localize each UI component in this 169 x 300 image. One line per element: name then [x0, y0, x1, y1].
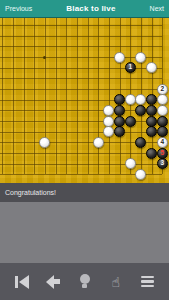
black-stone[interactable]: [146, 105, 157, 116]
white-stone[interactable]: [103, 116, 114, 127]
previous-button[interactable]: Previous: [5, 0, 32, 18]
grid-line-v: [13, 18, 14, 174]
menu-icon: [141, 276, 154, 287]
white-stone-move-2[interactable]: 2: [157, 84, 168, 95]
white-stone[interactable]: [103, 105, 114, 116]
go-board[interactable]: 12453: [0, 18, 169, 183]
white-stone[interactable]: [157, 94, 168, 105]
grid-line-h: [0, 89, 162, 90]
black-stone[interactable]: [157, 126, 168, 137]
hand-pointer-icon: ☝: [111, 275, 120, 289]
grid-line-h: [0, 153, 162, 154]
grid-line-h: [0, 36, 162, 37]
grid-line-h: [0, 121, 162, 122]
white-stone[interactable]: [125, 158, 136, 169]
white-stone[interactable]: [146, 62, 157, 73]
next-button[interactable]: Next: [150, 0, 164, 18]
bottom-toolbar: ☝: [0, 263, 169, 300]
black-stone-move-3[interactable]: 3: [157, 158, 168, 169]
white-stone[interactable]: [93, 137, 104, 148]
menu-button[interactable]: [136, 272, 158, 292]
grid-line-h: [0, 164, 162, 165]
black-stone[interactable]: [125, 116, 136, 127]
grid-line-h: [0, 78, 162, 79]
white-stone[interactable]: [157, 105, 168, 116]
title-bar: Previous Black to live Next: [0, 0, 169, 18]
grid-line-v: [66, 18, 67, 174]
grid-line-h: [0, 46, 162, 47]
skip-to-start-button[interactable]: [11, 272, 33, 292]
black-stone[interactable]: [157, 116, 168, 127]
white-stone[interactable]: [103, 126, 114, 137]
app-window: Previous Black to live Next 12453 Congra…: [0, 0, 169, 300]
black-stone[interactable]: [146, 126, 157, 137]
status-bar: Congratulations!: [0, 183, 169, 202]
black-stone[interactable]: [146, 94, 157, 105]
black-stone[interactable]: [114, 126, 125, 137]
grid-line-h: [0, 25, 162, 26]
grid-line-h: [0, 132, 162, 133]
grid-line-v: [24, 18, 25, 174]
grid-line-v: [98, 18, 99, 174]
hint-button[interactable]: [74, 272, 96, 292]
star-point: [43, 56, 46, 59]
black-stone[interactable]: [114, 105, 125, 116]
white-stone[interactable]: [39, 137, 50, 148]
black-stone[interactable]: [146, 148, 157, 159]
black-stone[interactable]: [114, 116, 125, 127]
undo-move-button[interactable]: [42, 272, 64, 292]
play-mode-button[interactable]: ☝: [105, 272, 127, 292]
white-stone-move-4[interactable]: 4: [157, 137, 168, 148]
grid-line-v: [34, 18, 35, 174]
black-stone[interactable]: [135, 105, 146, 116]
page-title: Black to live: [66, 4, 115, 13]
white-stone[interactable]: [114, 52, 125, 63]
status-message: Congratulations!: [5, 189, 56, 196]
white-stone[interactable]: [135, 169, 146, 180]
white-stone[interactable]: [125, 94, 136, 105]
black-stone-move-1[interactable]: 1: [125, 62, 136, 73]
black-stone[interactable]: [146, 116, 157, 127]
content-area: [0, 202, 169, 263]
white-stone[interactable]: [135, 94, 146, 105]
grid-line-v: [2, 18, 3, 174]
grid-line-v: [45, 18, 46, 174]
black-stone-move-5[interactable]: 5: [157, 148, 168, 159]
hint-lightbulb-icon: [80, 274, 90, 289]
back-arrow-icon: [46, 275, 60, 289]
grid-line-h: [0, 68, 162, 69]
black-stone[interactable]: [114, 94, 125, 105]
grid-line-v: [88, 18, 89, 174]
white-stone[interactable]: [135, 52, 146, 63]
black-stone[interactable]: [135, 137, 146, 148]
grid-line-v: [109, 18, 110, 174]
skip-to-start-icon: [15, 275, 29, 289]
grid-line-v: [77, 18, 78, 174]
grid-line-v: [56, 18, 57, 174]
